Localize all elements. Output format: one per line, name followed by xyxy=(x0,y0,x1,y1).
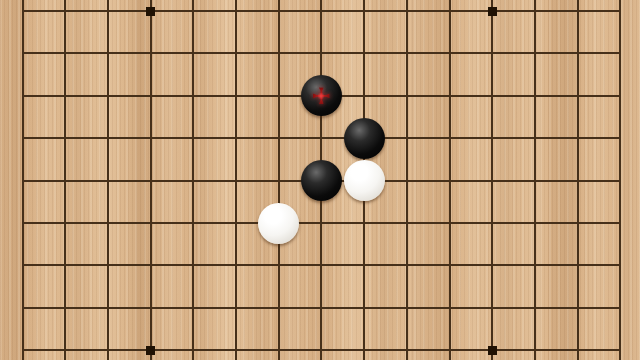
star-point xyxy=(488,346,497,355)
grid-line-horizontal xyxy=(22,349,622,351)
last-move-marker-icon xyxy=(313,87,330,104)
black-stone xyxy=(301,160,342,201)
star-point xyxy=(146,7,155,16)
grid-line-horizontal xyxy=(22,137,622,139)
grid-line-horizontal xyxy=(22,52,622,54)
marker-center-glow xyxy=(318,92,325,99)
grid-line-horizontal xyxy=(22,307,622,309)
star-point xyxy=(488,7,497,16)
white-stone xyxy=(258,203,299,244)
go-board[interactable] xyxy=(0,0,640,360)
white-stone xyxy=(344,160,385,201)
grid-line-horizontal xyxy=(22,264,622,266)
black-stone xyxy=(344,118,385,159)
black-stone xyxy=(301,75,342,116)
star-point xyxy=(146,346,155,355)
grid-line-horizontal xyxy=(22,10,622,12)
grid-line-horizontal xyxy=(22,222,622,224)
